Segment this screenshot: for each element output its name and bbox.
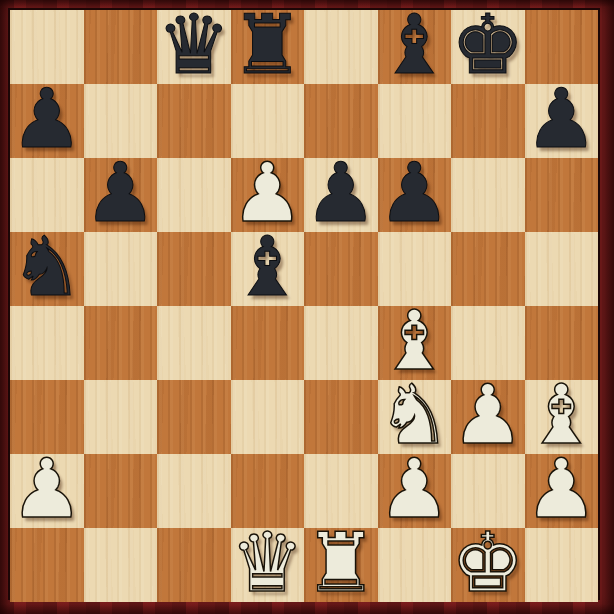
- square-b1[interactable]: [84, 528, 158, 602]
- white-rook[interactable]: ♜: [304, 526, 378, 600]
- white-king[interactable]: ♚: [451, 526, 525, 600]
- square-e1[interactable]: ♜: [304, 528, 378, 602]
- square-g1[interactable]: ♚: [451, 528, 525, 602]
- square-c1[interactable]: [157, 528, 231, 602]
- square-b3[interactable]: [84, 380, 158, 454]
- black-pawn[interactable]: ♟: [10, 82, 84, 156]
- square-e6[interactable]: ♟: [304, 158, 378, 232]
- square-g8[interactable]: ♚: [451, 10, 525, 84]
- square-h2[interactable]: ♟: [525, 454, 599, 528]
- square-g6[interactable]: [451, 158, 525, 232]
- black-knight[interactable]: ♞: [10, 230, 84, 304]
- black-bishop[interactable]: ♝: [231, 230, 305, 304]
- square-d3[interactable]: [231, 380, 305, 454]
- black-pawn[interactable]: ♟: [378, 156, 452, 230]
- square-f2[interactable]: ♟: [378, 454, 452, 528]
- square-c4[interactable]: [157, 306, 231, 380]
- black-pawn[interactable]: ♟: [84, 156, 158, 230]
- square-f6[interactable]: ♟: [378, 158, 452, 232]
- square-a4[interactable]: [10, 306, 84, 380]
- white-pawn[interactable]: ♟: [378, 452, 452, 526]
- square-b2[interactable]: [84, 454, 158, 528]
- white-queen[interactable]: ♛: [231, 526, 305, 600]
- square-d1[interactable]: ♛: [231, 528, 305, 602]
- square-b5[interactable]: [84, 232, 158, 306]
- square-c8[interactable]: ♛: [157, 10, 231, 84]
- white-pawn[interactable]: ♟: [10, 452, 84, 526]
- square-h7[interactable]: ♟: [525, 84, 599, 158]
- square-d5[interactable]: ♝: [231, 232, 305, 306]
- square-e5[interactable]: [304, 232, 378, 306]
- white-pawn[interactable]: ♟: [525, 452, 599, 526]
- square-c3[interactable]: [157, 380, 231, 454]
- board-frame: ♛♜♝♚♟♟♟♟♟♟♞♝♝♞♟♝♟♟♟♛♜♚: [0, 0, 614, 614]
- square-e4[interactable]: [304, 306, 378, 380]
- black-rook[interactable]: ♜: [231, 8, 305, 82]
- square-b8[interactable]: [84, 10, 158, 84]
- square-c7[interactable]: [157, 84, 231, 158]
- square-f1[interactable]: [378, 528, 452, 602]
- square-b6[interactable]: ♟: [84, 158, 158, 232]
- square-c6[interactable]: [157, 158, 231, 232]
- square-a5[interactable]: ♞: [10, 232, 84, 306]
- square-h6[interactable]: [525, 158, 599, 232]
- black-pawn[interactable]: ♟: [525, 82, 599, 156]
- square-g5[interactable]: [451, 232, 525, 306]
- square-c5[interactable]: [157, 232, 231, 306]
- square-a7[interactable]: ♟: [10, 84, 84, 158]
- square-e3[interactable]: [304, 380, 378, 454]
- square-h5[interactable]: [525, 232, 599, 306]
- white-pawn[interactable]: ♟: [451, 378, 525, 452]
- square-e8[interactable]: [304, 10, 378, 84]
- black-pawn[interactable]: ♟: [304, 156, 378, 230]
- square-a2[interactable]: ♟: [10, 454, 84, 528]
- square-d8[interactable]: ♜: [231, 10, 305, 84]
- black-bishop[interactable]: ♝: [378, 8, 452, 82]
- square-f8[interactable]: ♝: [378, 10, 452, 84]
- black-king[interactable]: ♚: [451, 8, 525, 82]
- square-h1[interactable]: [525, 528, 599, 602]
- square-a1[interactable]: [10, 528, 84, 602]
- chess-board: ♛♜♝♚♟♟♟♟♟♟♞♝♝♞♟♝♟♟♟♛♜♚: [8, 8, 600, 600]
- square-d4[interactable]: [231, 306, 305, 380]
- square-b4[interactable]: [84, 306, 158, 380]
- square-g3[interactable]: ♟: [451, 380, 525, 454]
- black-queen[interactable]: ♛: [157, 8, 231, 82]
- square-c2[interactable]: [157, 454, 231, 528]
- square-g7[interactable]: [451, 84, 525, 158]
